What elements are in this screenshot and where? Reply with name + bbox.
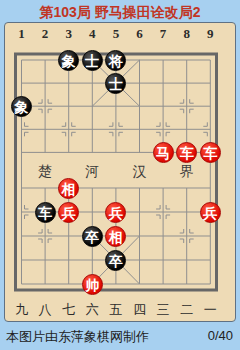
piece-red-chariot[interactable]: 车 xyxy=(176,142,197,163)
coord-bottom-8: 八 xyxy=(34,301,56,319)
piece-black-elephant[interactable]: 象 xyxy=(11,96,32,117)
page-title: 第103局 野马操田诠改局2 xyxy=(0,2,240,22)
coord-bottom-4: 四 xyxy=(129,301,151,319)
coord-bottom-3: 三 xyxy=(152,301,174,319)
river-char: 汉 xyxy=(133,163,147,179)
move-counter: 0/40 xyxy=(208,328,233,343)
piece-red-general[interactable]: 帅 xyxy=(82,274,103,295)
river-char: 河 xyxy=(85,163,99,179)
piece-black-elephant[interactable]: 象 xyxy=(58,50,79,71)
piece-black-advisor[interactable]: 士 xyxy=(82,50,103,71)
piece-black-pawn[interactable]: 卒 xyxy=(82,226,103,247)
piece-black-pawn[interactable]: 卒 xyxy=(105,250,126,271)
piece-red-chariot[interactable]: 车 xyxy=(200,142,221,163)
river-char: 界 xyxy=(180,163,194,179)
credit-text: 本图片由东萍象棋网制作 xyxy=(6,328,149,346)
piece-red-horse[interactable]: 马 xyxy=(153,142,174,163)
piece-black-chariot[interactable]: 车 xyxy=(35,202,56,223)
piece-black-general[interactable]: 将 xyxy=(105,50,126,71)
piece-red-elephant[interactable]: 相 xyxy=(58,178,79,199)
river-char: 楚 xyxy=(38,163,52,179)
piece-red-pawn[interactable]: 兵 xyxy=(58,202,79,223)
coord-bottom-2: 二 xyxy=(176,301,198,319)
piece-red-elephant[interactable]: 相 xyxy=(105,226,126,247)
xiangqi-board: 123456789 楚河汉界 象士将士象马车车相车兵兵兵卒相卒帅 九八七六五四三… xyxy=(4,22,236,322)
page: 第103局 野马操田诠改局2 123456789 楚河汉界 象士将士象马车车相车… xyxy=(0,0,240,350)
coord-bottom-7: 七 xyxy=(58,301,80,319)
piece-red-pawn[interactable]: 兵 xyxy=(105,202,126,223)
coord-bottom-5: 五 xyxy=(105,301,127,319)
piece-red-pawn[interactable]: 兵 xyxy=(200,202,221,223)
coord-bottom-1: 一 xyxy=(199,301,221,319)
coord-bottom-9: 九 xyxy=(11,301,33,319)
coord-bottom-6: 六 xyxy=(81,301,103,319)
footer-bar: 本图片由东萍象棋网制作 0/40 xyxy=(0,324,240,350)
piece-black-advisor[interactable]: 士 xyxy=(105,73,126,94)
